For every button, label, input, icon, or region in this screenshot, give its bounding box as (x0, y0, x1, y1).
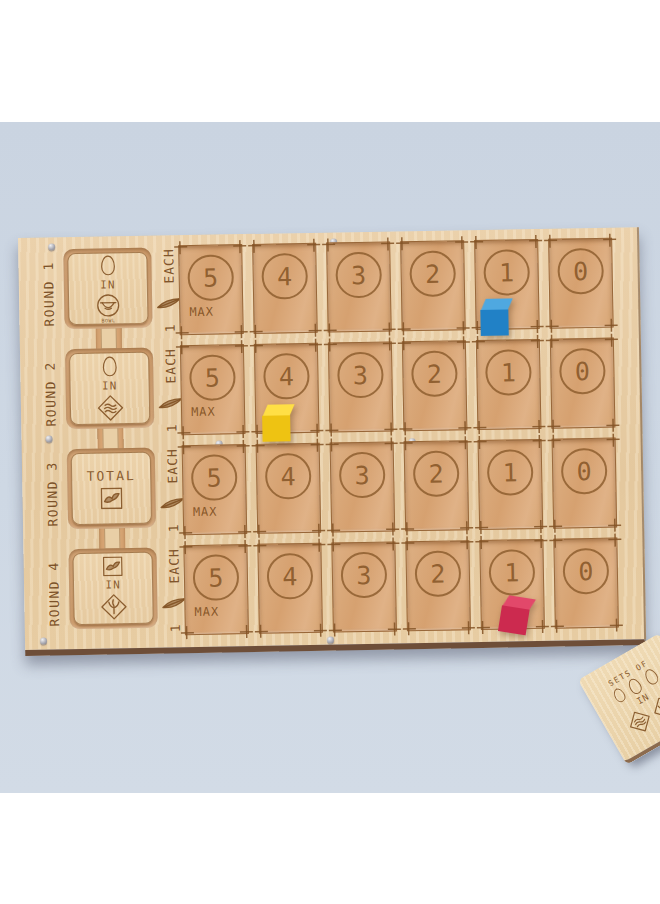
wooden-score-board: ROUND 1 ROUND 2 ROUND 3 ROUND 4 IN BOWL … (18, 227, 646, 656)
round-2-label: ROUND 2 (42, 352, 58, 436)
player-cube-yellow[interactable] (262, 404, 291, 441)
in-label: IN (105, 578, 120, 591)
score-value: 1 (485, 349, 532, 396)
score-cell-r4-2[interactable]: 2 (405, 540, 471, 631)
player-cube-blue[interactable] (480, 298, 509, 335)
rate-suffix: EACH (162, 348, 178, 384)
score-cell-r3-1[interactable]: 1 (478, 439, 544, 530)
score-value: 2 (411, 350, 458, 397)
score-cell-r3-4[interactable]: 4 (256, 443, 322, 534)
max-label: MAX (193, 505, 218, 519)
score-cell-r4-3[interactable]: 3 (331, 541, 397, 632)
round-1-label: ROUND 1 (41, 252, 57, 336)
rate-prefix: 1 (166, 523, 181, 532)
score-value: 1 (483, 249, 530, 296)
in-label: IN (100, 278, 115, 291)
rate-suffix: EACH (161, 248, 177, 284)
total-label: TOTAL (86, 467, 135, 483)
score-value: 3 (341, 552, 388, 599)
egg-icon (101, 355, 118, 377)
score-value: 2 (413, 450, 460, 497)
score-value: 1 (489, 549, 536, 596)
in-label: IN (102, 379, 117, 392)
bowl-caption: BOWL (101, 317, 115, 323)
score-cell-r3-5[interactable]: 5MAX (182, 444, 248, 535)
max-label: MAX (189, 305, 214, 319)
round-4-tile-slot: IN (68, 548, 157, 630)
score-value: 4 (265, 453, 312, 500)
score-cell-r3-0[interactable]: 0 (552, 438, 618, 529)
grass-diamond-icon (100, 593, 127, 620)
score-value: 5 (191, 454, 238, 501)
round-3-label: ROUND 3 (44, 452, 60, 536)
egg-icon (609, 685, 628, 705)
score-value: 5 (189, 354, 236, 401)
screw-icon (45, 435, 52, 442)
screw-icon (327, 637, 334, 644)
score-value: 5 (187, 254, 234, 301)
score-cell-r1-5[interactable]: 5MAX (178, 244, 244, 335)
score-cell-r4-4[interactable]: 4 (257, 543, 323, 634)
score-cell-r3-2[interactable]: 2 (404, 440, 470, 531)
score-value: 2 (415, 550, 462, 597)
score-cell-r1-3[interactable]: 3 (326, 242, 392, 333)
score-cell-r1-2[interactable]: 2 (400, 240, 466, 331)
score-value: 5 (193, 554, 240, 601)
score-cell-r4-5[interactable]: 5MAX (183, 544, 249, 635)
score-cell-r2-1[interactable]: 1 (476, 339, 542, 430)
score-value: 3 (337, 352, 384, 399)
player-cube-red[interactable] (498, 594, 531, 635)
rate-prefix: 1 (167, 623, 182, 632)
round-2-tile-slot: IN (65, 348, 154, 430)
score-value: 2 (409, 250, 456, 297)
score-cell-r3-3[interactable]: 3 (330, 441, 396, 532)
bird-icon (100, 487, 122, 509)
max-label: MAX (191, 405, 216, 419)
rate-prefix: 1 (164, 423, 179, 432)
round-2-goal-tile[interactable]: IN (69, 352, 150, 425)
photo-backdrop: ROUND 1 ROUND 2 ROUND 3 ROUND 4 IN BOWL … (0, 122, 660, 793)
score-cell-r1-0[interactable]: 0 (548, 238, 614, 329)
score-cell-r2-3[interactable]: 3 (328, 341, 394, 432)
score-value: 3 (339, 452, 386, 499)
score-value: 4 (263, 353, 310, 400)
round-1-goal-tile[interactable]: IN BOWL (67, 252, 148, 325)
score-cell-r1-1[interactable]: 1 (474, 239, 540, 330)
score-cell-r1-4[interactable]: 4 (252, 243, 318, 334)
rate-prefix: 1 (162, 323, 177, 332)
score-value: 0 (561, 448, 608, 495)
score-value: 0 (563, 548, 610, 595)
rate-suffix: EACH (164, 448, 180, 484)
score-value: 4 (267, 553, 314, 600)
score-cell-r2-4[interactable]: 4 (254, 343, 320, 434)
screw-icon (40, 638, 47, 645)
water-diamond-icon (96, 394, 123, 421)
round-1-tile-slot: IN BOWL (63, 248, 152, 330)
egg-icon (99, 254, 116, 276)
score-value: 0 (557, 248, 604, 295)
round-4-label: ROUND 4 (46, 552, 62, 636)
rate-suffix: EACH (166, 548, 182, 584)
score-cell-r2-5[interactable]: 5MAX (180, 344, 246, 435)
score-grid: 5MAX 4 3 2 1 0 5MAX 4 3 2 1 0 5MAX 4 3 2… (178, 238, 619, 636)
score-value: 3 (335, 252, 382, 299)
score-value: 1 (487, 449, 534, 496)
score-value: 0 (559, 348, 606, 395)
round-3-goal-tile[interactable]: TOTAL (71, 452, 152, 525)
round-4-goal-tile[interactable]: IN (73, 552, 154, 625)
score-cell-r4-1[interactable]: 1 (479, 539, 545, 630)
bowl-icon (96, 293, 120, 317)
score-cell-r2-2[interactable]: 2 (402, 340, 468, 431)
sets-goal-tile[interactable]: SETS OF IN (578, 633, 660, 765)
screw-icon (48, 243, 55, 250)
score-value: 4 (261, 253, 308, 300)
max-label: MAX (194, 605, 219, 619)
round-3-tile-slot: TOTAL (67, 448, 156, 530)
score-cell-r2-0[interactable]: 0 (550, 338, 616, 429)
bird-icon (103, 556, 123, 576)
score-cell-r4-0[interactable]: 0 (553, 538, 619, 629)
